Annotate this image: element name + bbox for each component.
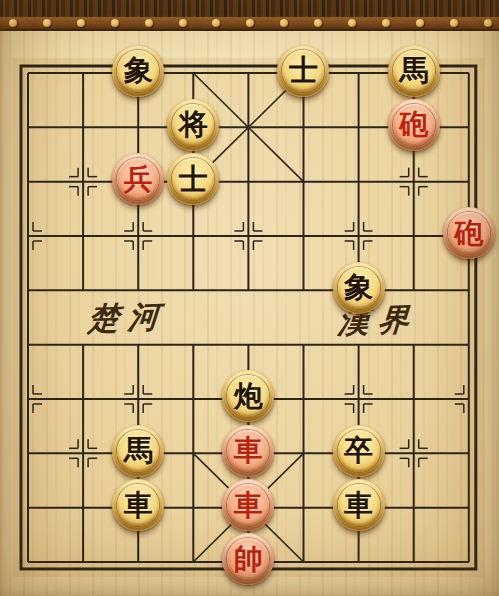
black-horse-2-glyph: 馬 bbox=[124, 436, 153, 465]
red-general-glyph: 帥 bbox=[234, 545, 263, 574]
red-chariot-1-glyph: 車 bbox=[234, 436, 263, 465]
black-soldier-1-glyph: 卒 bbox=[344, 436, 373, 465]
piece-black-chariot-1[interactable]: 車 bbox=[112, 479, 164, 531]
black-elephant-2-glyph: 象 bbox=[344, 273, 373, 302]
piece-black-horse-1[interactable]: 馬 bbox=[388, 45, 440, 97]
xiangqi-board[interactable]: 象士馬将砲兵士砲象炮馬車卒車車車帥 bbox=[0, 46, 496, 589]
piece-red-soldier-1[interactable]: 兵 bbox=[112, 153, 164, 205]
piece-black-general[interactable]: 将 bbox=[167, 99, 219, 151]
red-soldier-1-glyph: 兵 bbox=[124, 165, 153, 194]
piece-red-general[interactable]: 帥 bbox=[222, 533, 274, 585]
piece-red-chariot-2[interactable]: 車 bbox=[222, 479, 274, 531]
piece-black-soldier-1[interactable]: 卒 bbox=[333, 425, 385, 477]
black-chariot-2-glyph: 車 bbox=[344, 491, 373, 520]
black-elephant-1-glyph: 象 bbox=[124, 56, 153, 85]
piece-black-cannon[interactable]: 炮 bbox=[222, 370, 274, 422]
red-cannon-1-glyph: 砲 bbox=[399, 110, 428, 139]
red-cannon-2-glyph: 砲 bbox=[454, 219, 483, 248]
black-advisor-2-glyph: 士 bbox=[179, 165, 208, 194]
piece-black-elephant-1[interactable]: 象 bbox=[112, 45, 164, 97]
piece-black-advisor-1[interactable]: 士 bbox=[277, 45, 329, 97]
piece-black-advisor-2[interactable]: 士 bbox=[167, 153, 219, 205]
piece-red-cannon-2[interactable]: 砲 bbox=[443, 207, 495, 259]
black-horse-1-glyph: 馬 bbox=[399, 56, 428, 85]
piece-black-chariot-2[interactable]: 車 bbox=[333, 479, 385, 531]
piece-black-elephant-2[interactable]: 象 bbox=[333, 262, 385, 314]
black-chariot-1-glyph: 車 bbox=[124, 491, 153, 520]
red-chariot-2-glyph: 車 bbox=[234, 491, 263, 520]
xiangqi-app: 楚河 漢界 象士馬将砲兵士砲象炮馬車卒車車車帥 bbox=[0, 0, 499, 596]
piece-red-chariot-1[interactable]: 車 bbox=[222, 425, 274, 477]
black-advisor-1-glyph: 士 bbox=[289, 56, 318, 85]
black-cannon-glyph: 炮 bbox=[234, 382, 263, 411]
piece-black-horse-2[interactable]: 馬 bbox=[112, 425, 164, 477]
piece-red-cannon-1[interactable]: 砲 bbox=[388, 99, 440, 151]
black-general-glyph: 将 bbox=[179, 110, 208, 139]
